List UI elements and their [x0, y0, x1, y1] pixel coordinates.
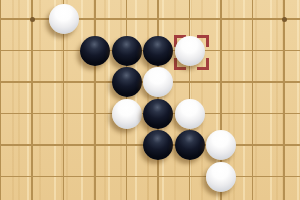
- grid-horizontal-line: [0, 18, 300, 19]
- black-stone: [112, 67, 142, 97]
- black-stone: [80, 36, 110, 66]
- go-board[interactable]: [0, 0, 300, 200]
- grid-vertical-line: [31, 0, 32, 200]
- grid-vertical-line: [0, 0, 1, 200]
- star-point: [282, 17, 287, 22]
- grid-vertical-line: [283, 0, 284, 200]
- grid-horizontal-line: [0, 176, 300, 177]
- white-stone: [143, 67, 173, 97]
- black-stone: [143, 99, 173, 129]
- white-stone: [206, 162, 236, 192]
- star-point: [30, 17, 35, 22]
- white-stone: [175, 36, 205, 66]
- grid-vertical-line: [94, 0, 95, 200]
- black-stone: [143, 36, 173, 66]
- black-stone: [175, 130, 205, 160]
- black-stone: [143, 130, 173, 160]
- grid-vertical-line: [252, 0, 253, 200]
- black-stone: [112, 36, 142, 66]
- white-stone: [206, 130, 236, 160]
- white-stone: [175, 99, 205, 129]
- white-stone: [49, 4, 79, 34]
- white-stone: [112, 99, 142, 129]
- game-screenshot: [0, 0, 300, 200]
